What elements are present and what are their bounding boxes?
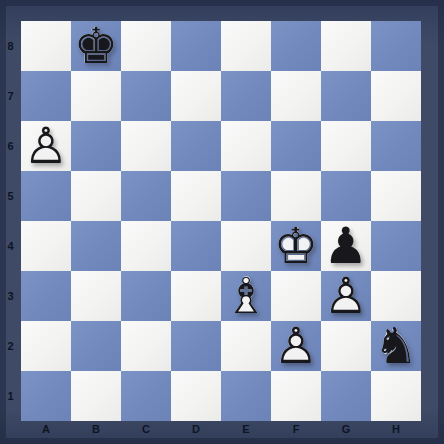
square-c6[interactable] bbox=[121, 121, 171, 171]
square-b6[interactable] bbox=[71, 121, 121, 171]
white-king-glyph-outline: ♔ bbox=[271, 221, 321, 271]
square-h4[interactable] bbox=[371, 221, 421, 271]
rank-label: 7 bbox=[0, 71, 21, 121]
square-f4[interactable]: ♚♔ bbox=[271, 221, 321, 271]
rank-label: 3 bbox=[0, 271, 21, 321]
square-d3[interactable] bbox=[171, 271, 221, 321]
file-label: B bbox=[71, 420, 121, 437]
square-h5[interactable] bbox=[371, 171, 421, 221]
square-a3[interactable] bbox=[21, 271, 71, 321]
square-c1[interactable] bbox=[121, 371, 171, 421]
square-b2[interactable] bbox=[71, 321, 121, 371]
square-g7[interactable] bbox=[321, 71, 371, 121]
square-e6[interactable] bbox=[221, 121, 271, 171]
piece-white-king[interactable]: ♚♔ bbox=[271, 221, 321, 271]
square-e7[interactable] bbox=[221, 71, 271, 121]
black-king-glyph-outline: ♚ bbox=[71, 21, 121, 71]
square-g3[interactable]: ♟♙ bbox=[321, 271, 371, 321]
square-e4[interactable] bbox=[221, 221, 271, 271]
file-label: C bbox=[121, 420, 171, 437]
square-g4[interactable]: ♙♟ bbox=[321, 221, 371, 271]
rank-label: 5 bbox=[0, 171, 21, 221]
white-pawn-glyph-outline: ♙ bbox=[321, 271, 371, 321]
chess-board: ♔♚♟♙♚♔♙♟♝♗♟♙♟♙♘♞ bbox=[21, 21, 421, 421]
square-h3[interactable] bbox=[371, 271, 421, 321]
square-g6[interactable] bbox=[321, 121, 371, 171]
file-label: D bbox=[171, 420, 221, 437]
square-a2[interactable] bbox=[21, 321, 71, 371]
square-b5[interactable] bbox=[71, 171, 121, 221]
square-a7[interactable] bbox=[21, 71, 71, 121]
rank-label: 1 bbox=[0, 371, 21, 421]
square-b3[interactable] bbox=[71, 271, 121, 321]
square-e1[interactable] bbox=[221, 371, 271, 421]
square-d6[interactable] bbox=[171, 121, 221, 171]
square-h2[interactable]: ♘♞ bbox=[371, 321, 421, 371]
square-b4[interactable] bbox=[71, 221, 121, 271]
square-c4[interactable] bbox=[121, 221, 171, 271]
piece-white-pawn[interactable]: ♟♙ bbox=[271, 321, 321, 371]
piece-white-bishop[interactable]: ♝♗ bbox=[221, 271, 271, 321]
rank-label: 6 bbox=[0, 121, 21, 171]
square-e2[interactable] bbox=[221, 321, 271, 371]
rank-labels: 87654321 bbox=[0, 21, 21, 421]
piece-white-pawn[interactable]: ♟♙ bbox=[321, 271, 371, 321]
rank-label: 4 bbox=[0, 221, 21, 271]
black-pawn-glyph-outline: ♟ bbox=[321, 221, 371, 271]
square-g1[interactable] bbox=[321, 371, 371, 421]
square-d8[interactable] bbox=[171, 21, 221, 71]
black-knight-glyph-outline: ♞ bbox=[371, 321, 421, 371]
square-d1[interactable] bbox=[171, 371, 221, 421]
square-d4[interactable] bbox=[171, 221, 221, 271]
square-g5[interactable] bbox=[321, 171, 371, 221]
square-e8[interactable] bbox=[221, 21, 271, 71]
square-b8[interactable]: ♔♚ bbox=[71, 21, 121, 71]
square-h8[interactable] bbox=[371, 21, 421, 71]
white-pawn-glyph-outline: ♙ bbox=[271, 321, 321, 371]
file-label: G bbox=[321, 420, 371, 437]
piece-black-knight[interactable]: ♘♞ bbox=[371, 321, 421, 371]
square-d2[interactable] bbox=[171, 321, 221, 371]
file-label: F bbox=[271, 420, 321, 437]
white-bishop-glyph-outline: ♗ bbox=[221, 271, 271, 321]
square-e5[interactable] bbox=[221, 171, 271, 221]
square-f6[interactable] bbox=[271, 121, 321, 171]
square-g8[interactable] bbox=[321, 21, 371, 71]
square-e3[interactable]: ♝♗ bbox=[221, 271, 271, 321]
square-f1[interactable] bbox=[271, 371, 321, 421]
square-a4[interactable] bbox=[21, 221, 71, 271]
piece-black-pawn[interactable]: ♙♟ bbox=[321, 221, 371, 271]
file-label: A bbox=[21, 420, 71, 437]
square-f3[interactable] bbox=[271, 271, 321, 321]
chess-board-frame: 87654321 ABCDEFGH ♔♚♟♙♚♔♙♟♝♗♟♙♟♙♘♞ bbox=[0, 0, 444, 444]
square-c2[interactable] bbox=[121, 321, 171, 371]
square-c8[interactable] bbox=[121, 21, 171, 71]
file-labels: ABCDEFGH bbox=[21, 420, 421, 437]
white-pawn-glyph-outline: ♙ bbox=[21, 121, 71, 171]
square-h1[interactable] bbox=[371, 371, 421, 421]
square-a6[interactable]: ♟♙ bbox=[21, 121, 71, 171]
file-label: E bbox=[221, 420, 271, 437]
square-f5[interactable] bbox=[271, 171, 321, 221]
square-d5[interactable] bbox=[171, 171, 221, 221]
square-c5[interactable] bbox=[121, 171, 171, 221]
square-h7[interactable] bbox=[371, 71, 421, 121]
square-b1[interactable] bbox=[71, 371, 121, 421]
square-g2[interactable] bbox=[321, 321, 371, 371]
square-f2[interactable]: ♟♙ bbox=[271, 321, 321, 371]
square-a1[interactable] bbox=[21, 371, 71, 421]
square-c7[interactable] bbox=[121, 71, 171, 121]
square-d7[interactable] bbox=[171, 71, 221, 121]
rank-label: 8 bbox=[0, 21, 21, 71]
file-label: H bbox=[371, 420, 421, 437]
square-a5[interactable] bbox=[21, 171, 71, 221]
rank-label: 2 bbox=[0, 321, 21, 371]
piece-black-king[interactable]: ♔♚ bbox=[71, 21, 121, 71]
square-a8[interactable] bbox=[21, 21, 71, 71]
square-h6[interactable] bbox=[371, 121, 421, 171]
square-b7[interactable] bbox=[71, 71, 121, 121]
square-c3[interactable] bbox=[121, 271, 171, 321]
square-f7[interactable] bbox=[271, 71, 321, 121]
piece-white-pawn[interactable]: ♟♙ bbox=[21, 121, 71, 171]
square-f8[interactable] bbox=[271, 21, 321, 71]
